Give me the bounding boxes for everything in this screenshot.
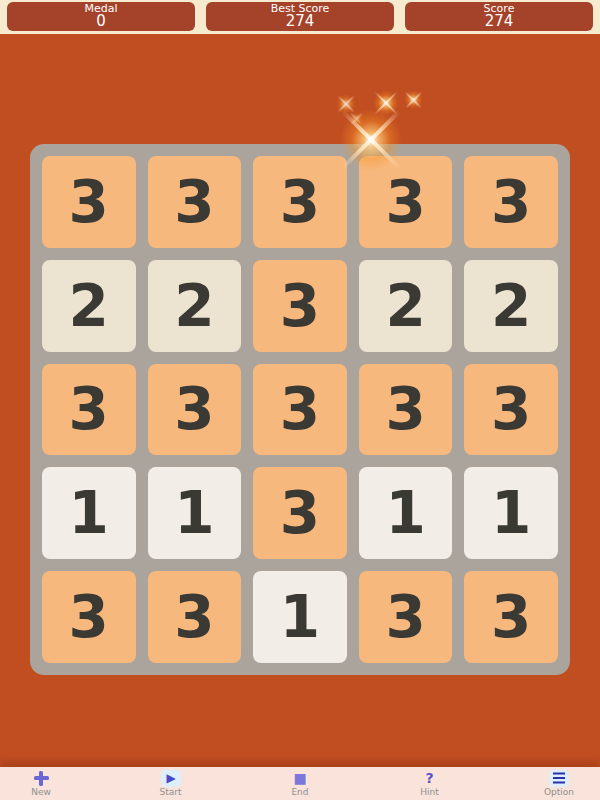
tile-r5c5[interactable]: 3: [464, 571, 558, 663]
tile-r2c5[interactable]: 2: [464, 260, 558, 352]
game-board[interactable]: 3333322322333331131133133: [30, 144, 570, 675]
question-icon: ?: [425, 769, 433, 787]
tile-r3c4[interactable]: 3: [359, 364, 453, 456]
tile-r2c4[interactable]: 2: [359, 260, 453, 352]
toolbar-label: Option: [544, 788, 574, 797]
tile-r5c1[interactable]: 3: [42, 571, 136, 663]
tile-r1c1[interactable]: 3: [42, 156, 136, 248]
stats-bar: Medal0Best Score274Score274: [0, 0, 600, 34]
tile-r5c2[interactable]: 3: [148, 571, 242, 663]
stat-medal: Medal0: [7, 2, 195, 31]
stat-value: 274: [286, 14, 315, 30]
stat-value: 0: [96, 14, 106, 30]
stop-icon: ■: [293, 769, 306, 787]
plus-icon: [34, 769, 49, 787]
toolbar-option-button[interactable]: Option: [528, 769, 590, 797]
stat-score: Score274: [405, 2, 593, 31]
tile-r3c2[interactable]: 3: [148, 364, 242, 456]
tile-r1c4[interactable]: 3: [359, 156, 453, 248]
menu-icon: [549, 769, 569, 787]
tile-r3c1[interactable]: 3: [42, 364, 136, 456]
toolbar-new-button[interactable]: New: [10, 769, 72, 797]
tile-r3c3[interactable]: 3: [253, 364, 347, 456]
toolbar-label: New: [31, 788, 51, 797]
tile-r2c3[interactable]: 3: [253, 260, 347, 352]
bottom-toolbar: New▶Start■End?HintOption: [0, 767, 600, 800]
tile-r1c2[interactable]: 3: [148, 156, 242, 248]
toolbar-label: Start: [160, 788, 182, 797]
toolbar-hint-button[interactable]: ?Hint: [399, 769, 461, 797]
sparkle-icon: [332, 90, 360, 118]
tile-r4c3[interactable]: 3: [253, 467, 347, 559]
sparkle-icon: [400, 86, 427, 113]
tile-r1c5[interactable]: 3: [464, 156, 558, 248]
toolbar-end-button[interactable]: ■End: [269, 769, 331, 797]
sparkle-icon: [368, 85, 405, 122]
tile-r3c5[interactable]: 3: [464, 364, 558, 456]
stat-best-score: Best Score274: [206, 2, 394, 31]
app-screen: Medal0Best Score274Score274 333332232233…: [0, 0, 600, 800]
tile-r1c3[interactable]: 3: [253, 156, 347, 248]
play-icon: ▶: [161, 769, 181, 787]
tile-r4c4[interactable]: 1: [359, 467, 453, 559]
toolbar-label: Hint: [420, 788, 439, 797]
tile-r4c2[interactable]: 1: [148, 467, 242, 559]
stat-value: 274: [485, 14, 514, 30]
toolbar-label: End: [291, 788, 308, 797]
tile-r4c1[interactable]: 1: [42, 467, 136, 559]
tile-r5c3[interactable]: 1: [253, 571, 347, 663]
tile-r2c2[interactable]: 2: [148, 260, 242, 352]
tile-r2c1[interactable]: 2: [42, 260, 136, 352]
sparkle-icon: [347, 109, 365, 127]
tile-r4c5[interactable]: 1: [464, 467, 558, 559]
toolbar-start-button[interactable]: ▶Start: [140, 769, 202, 797]
tile-r5c4[interactable]: 3: [359, 571, 453, 663]
